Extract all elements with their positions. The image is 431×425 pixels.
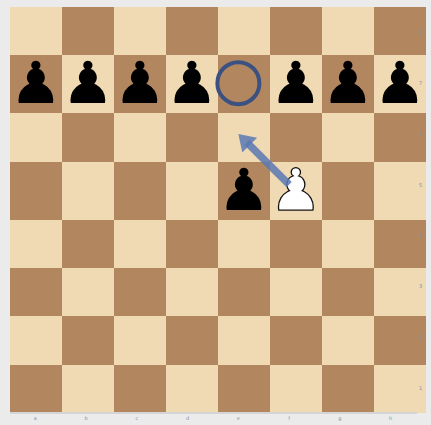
file-label-b: b <box>61 414 112 423</box>
rank-label-4: 4 <box>419 210 429 261</box>
square-c2[interactable] <box>114 316 166 364</box>
black-pawn[interactable]: ♟ <box>114 54 166 112</box>
rank-label-3: 3 <box>419 261 429 312</box>
rank-label-7: 7 <box>419 58 429 109</box>
file-coordinate-labels: abcdefgh <box>10 414 416 423</box>
square-g2[interactable] <box>322 316 374 364</box>
square-f3[interactable] <box>270 268 322 316</box>
square-g7[interactable]: ♟ <box>322 55 374 113</box>
square-d3[interactable] <box>166 268 218 316</box>
square-a2[interactable] <box>10 316 62 364</box>
square-f8[interactable] <box>270 7 322 55</box>
square-e8[interactable] <box>218 7 270 55</box>
square-d5[interactable] <box>166 162 218 220</box>
square-f1[interactable] <box>270 365 322 413</box>
square-e1[interactable] <box>218 365 270 413</box>
square-e6[interactable] <box>218 113 270 161</box>
diagram-stage: ♟♟♟♟♟♟♟♟♟ abcdefgh 87654321 <box>0 0 431 425</box>
file-label-h: h <box>365 414 416 423</box>
square-c5[interactable] <box>114 162 166 220</box>
chess-board: ♟♟♟♟♟♟♟♟♟ <box>10 7 416 413</box>
file-label-g: g <box>315 414 366 423</box>
square-b2[interactable] <box>62 316 114 364</box>
rank-label-2: 2 <box>419 312 429 363</box>
rank-label-8: 8 <box>419 7 429 58</box>
file-label-c: c <box>112 414 163 423</box>
black-pawn[interactable]: ♟ <box>218 161 270 219</box>
square-c8[interactable] <box>114 7 166 55</box>
rank-label-1: 1 <box>419 362 429 413</box>
square-d1[interactable] <box>166 365 218 413</box>
square-b8[interactable] <box>62 7 114 55</box>
square-a7[interactable]: ♟ <box>10 55 62 113</box>
square-f4[interactable] <box>270 220 322 268</box>
square-c3[interactable] <box>114 268 166 316</box>
black-pawn[interactable]: ♟ <box>10 54 62 112</box>
black-pawn[interactable]: ♟ <box>322 54 374 112</box>
square-d7[interactable]: ♟ <box>166 55 218 113</box>
square-g1[interactable] <box>322 365 374 413</box>
square-c7[interactable]: ♟ <box>114 55 166 113</box>
file-label-d: d <box>162 414 213 423</box>
square-a4[interactable] <box>10 220 62 268</box>
file-label-f: f <box>264 414 315 423</box>
rank-coordinate-labels: 87654321 <box>419 7 429 413</box>
square-b3[interactable] <box>62 268 114 316</box>
black-pawn[interactable]: ♟ <box>270 54 322 112</box>
square-b5[interactable] <box>62 162 114 220</box>
square-f5[interactable]: ♟ <box>270 162 322 220</box>
rank-label-5: 5 <box>419 159 429 210</box>
square-c4[interactable] <box>114 220 166 268</box>
square-b6[interactable] <box>62 113 114 161</box>
black-pawn[interactable]: ♟ <box>62 54 114 112</box>
square-g3[interactable] <box>322 268 374 316</box>
square-d2[interactable] <box>166 316 218 364</box>
square-a3[interactable] <box>10 268 62 316</box>
square-b4[interactable] <box>62 220 114 268</box>
square-e7[interactable] <box>218 55 270 113</box>
square-e3[interactable] <box>218 268 270 316</box>
square-d6[interactable] <box>166 113 218 161</box>
square-b1[interactable] <box>62 365 114 413</box>
square-e5[interactable]: ♟ <box>218 162 270 220</box>
square-a6[interactable] <box>10 113 62 161</box>
square-c1[interactable] <box>114 365 166 413</box>
square-f2[interactable] <box>270 316 322 364</box>
square-b7[interactable]: ♟ <box>62 55 114 113</box>
white-pawn[interactable]: ♟ <box>270 161 322 219</box>
square-c6[interactable] <box>114 113 166 161</box>
square-d8[interactable] <box>166 7 218 55</box>
square-g4[interactable] <box>322 220 374 268</box>
square-e2[interactable] <box>218 316 270 364</box>
file-label-e: e <box>213 414 264 423</box>
square-a5[interactable] <box>10 162 62 220</box>
square-a1[interactable] <box>10 365 62 413</box>
square-e4[interactable] <box>218 220 270 268</box>
square-g5[interactable] <box>322 162 374 220</box>
square-a8[interactable] <box>10 7 62 55</box>
black-pawn[interactable]: ♟ <box>166 54 218 112</box>
square-d4[interactable] <box>166 220 218 268</box>
square-f6[interactable] <box>270 113 322 161</box>
rank-label-6: 6 <box>419 109 429 160</box>
square-f7[interactable]: ♟ <box>270 55 322 113</box>
file-label-a: a <box>10 414 61 423</box>
square-g8[interactable] <box>322 7 374 55</box>
square-g6[interactable] <box>322 113 374 161</box>
